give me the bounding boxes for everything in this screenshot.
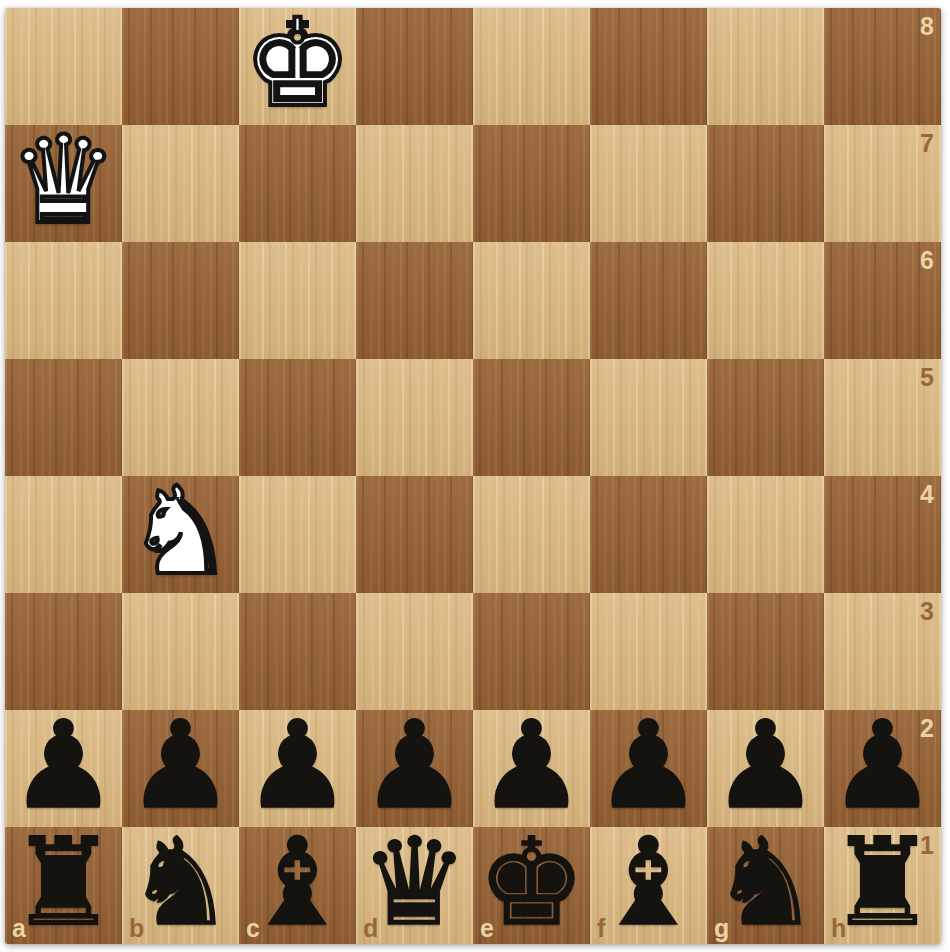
square-c6[interactable] [239,242,356,359]
square-g5[interactable] [707,359,824,476]
square-c1[interactable]: ♝c [239,827,356,944]
file-label-c: c [246,916,260,941]
square-d1[interactable]: ♛d [356,827,473,944]
piece-black-pawn-e2[interactable]: ♟ [477,707,585,824]
rank-label-3: 3 [920,599,934,624]
rank-label-5: 5 [920,365,934,390]
square-a8[interactable] [5,8,122,125]
square-e8[interactable] [473,8,590,125]
square-d4[interactable] [356,476,473,593]
square-h4[interactable]: 4 [824,476,941,593]
square-g6[interactable] [707,242,824,359]
square-h8[interactable]: 8 [824,8,941,125]
square-a3[interactable] [5,593,122,710]
square-g7[interactable] [707,125,824,242]
square-c3[interactable] [239,593,356,710]
rank-label-2: 2 [920,716,934,741]
piece-white-queen-a7[interactable]: ♛ [9,122,117,239]
square-c7[interactable] [239,125,356,242]
square-c5[interactable] [239,359,356,476]
square-h3[interactable]: 3 [824,593,941,710]
square-a5[interactable] [5,359,122,476]
piece-white-knight-b4[interactable]: ♞ [126,473,234,590]
square-h7[interactable]: 7 [824,125,941,242]
square-e3[interactable] [473,593,590,710]
piece-black-pawn-f2[interactable]: ♟ [594,707,702,824]
file-label-g: g [714,916,729,941]
rank-label-6: 6 [920,248,934,273]
rank-label-8: 8 [920,14,934,39]
square-f1[interactable]: ♝f [590,827,707,944]
file-label-e: e [480,916,494,941]
piece-black-pawn-d2[interactable]: ♟ [360,707,468,824]
square-a4[interactable] [5,476,122,593]
piece-black-pawn-c2[interactable]: ♟ [243,707,351,824]
square-a7[interactable]: ♛ [5,125,122,242]
piece-black-pawn-b2[interactable]: ♟ [126,707,234,824]
square-e1[interactable]: ♚e [473,827,590,944]
square-f2[interactable]: ♟ [590,710,707,827]
chess-board-container: ♚8♛765♞43♟♟♟♟♟♟♟♟2♜a♞b♝c♛d♚e♝f♞g♜1h [5,8,941,944]
square-b5[interactable] [122,359,239,476]
piece-white-king-c8[interactable]: ♚ [243,8,351,122]
file-label-b: b [129,916,144,941]
square-e7[interactable] [473,125,590,242]
file-label-h: h [831,916,846,941]
square-f5[interactable] [590,359,707,476]
square-g8[interactable] [707,8,824,125]
square-f7[interactable] [590,125,707,242]
square-c2[interactable]: ♟ [239,710,356,827]
square-d5[interactable] [356,359,473,476]
square-g1[interactable]: ♞g [707,827,824,944]
chess-board: ♚8♛765♞43♟♟♟♟♟♟♟♟2♜a♞b♝c♛d♚e♝f♞g♜1h [5,8,941,944]
square-b7[interactable] [122,125,239,242]
square-h6[interactable]: 6 [824,242,941,359]
square-d7[interactable] [356,125,473,242]
piece-black-bishop-f1[interactable]: ♝ [594,824,702,941]
square-f8[interactable] [590,8,707,125]
rank-label-7: 7 [920,131,934,156]
square-b3[interactable] [122,593,239,710]
piece-black-pawn-g2[interactable]: ♟ [711,707,819,824]
square-e2[interactable]: ♟ [473,710,590,827]
rank-label-4: 4 [920,482,934,507]
square-e4[interactable] [473,476,590,593]
square-d6[interactable] [356,242,473,359]
square-g3[interactable] [707,593,824,710]
square-b2[interactable]: ♟ [122,710,239,827]
square-f3[interactable] [590,593,707,710]
square-a1[interactable]: ♜a [5,827,122,944]
file-label-f: f [597,916,605,941]
rank-label-1: 1 [920,833,934,858]
square-b8[interactable] [122,8,239,125]
square-c8[interactable]: ♚ [239,8,356,125]
square-d8[interactable] [356,8,473,125]
square-b6[interactable] [122,242,239,359]
square-f4[interactable] [590,476,707,593]
square-g4[interactable] [707,476,824,593]
square-a6[interactable] [5,242,122,359]
square-g2[interactable]: ♟ [707,710,824,827]
square-h1[interactable]: ♜1h [824,827,941,944]
square-e6[interactable] [473,242,590,359]
square-b1[interactable]: ♞b [122,827,239,944]
square-h2[interactable]: ♟2 [824,710,941,827]
square-a2[interactable]: ♟ [5,710,122,827]
square-d2[interactable]: ♟ [356,710,473,827]
file-label-a: a [12,916,26,941]
square-f6[interactable] [590,242,707,359]
square-d3[interactable] [356,593,473,710]
file-label-d: d [363,916,378,941]
square-e5[interactable] [473,359,590,476]
piece-black-pawn-a2[interactable]: ♟ [9,707,117,824]
square-b4[interactable]: ♞ [122,476,239,593]
square-c4[interactable] [239,476,356,593]
square-h5[interactable]: 5 [824,359,941,476]
